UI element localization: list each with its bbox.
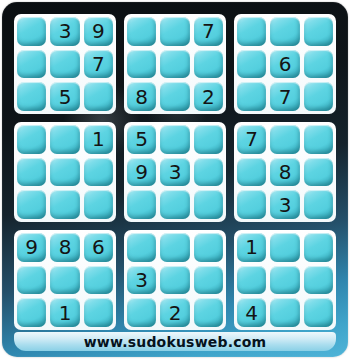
box-4: 1	[14, 122, 116, 222]
cell-r1c9[interactable]	[304, 17, 333, 46]
cell-r7c7: 1	[237, 233, 266, 262]
cell-r1c2: 3	[50, 17, 79, 46]
cell-r4c5[interactable]	[160, 125, 189, 154]
cell-r3c6: 2	[194, 82, 223, 111]
cell-r7c9[interactable]	[304, 233, 333, 262]
cell-r7c1: 9	[17, 233, 46, 262]
box-9: 14	[234, 230, 336, 330]
cell-r6c3[interactable]	[84, 190, 113, 219]
cell-r5c8: 8	[270, 158, 299, 187]
cell-r3c8: 7	[270, 82, 299, 111]
cell-r4c3: 1	[84, 125, 113, 154]
sudoku-board: 397578267159378398613214	[14, 14, 336, 330]
cell-r9c8[interactable]	[270, 298, 299, 327]
cell-r1c8[interactable]	[270, 17, 299, 46]
box-3: 67	[234, 14, 336, 114]
cell-r8c5[interactable]	[160, 266, 189, 295]
cell-r8c4: 3	[127, 266, 156, 295]
cell-r1c5[interactable]	[160, 17, 189, 46]
cell-r4c8[interactable]	[270, 125, 299, 154]
cell-r2c4[interactable]	[127, 50, 156, 79]
box-1: 3975	[14, 14, 116, 114]
cell-r9c6[interactable]	[194, 298, 223, 327]
cell-r5c2[interactable]	[50, 158, 79, 187]
cell-r6c1[interactable]	[17, 190, 46, 219]
cell-r7c8[interactable]	[270, 233, 299, 262]
cell-r3c7[interactable]	[237, 82, 266, 111]
cell-r2c7[interactable]	[237, 50, 266, 79]
cell-r4c6[interactable]	[194, 125, 223, 154]
cell-r8c8[interactable]	[270, 266, 299, 295]
cell-r2c5[interactable]	[160, 50, 189, 79]
cell-r1c6: 7	[194, 17, 223, 46]
cell-r1c1[interactable]	[17, 17, 46, 46]
cell-r6c4[interactable]	[127, 190, 156, 219]
cell-r5c1[interactable]	[17, 158, 46, 187]
cell-r9c7: 4	[237, 298, 266, 327]
box-6: 783	[234, 122, 336, 222]
box-2: 782	[124, 14, 226, 114]
cell-r7c5[interactable]	[160, 233, 189, 262]
cell-r5c6[interactable]	[194, 158, 223, 187]
cell-r2c1[interactable]	[17, 50, 46, 79]
board-inner: 397578267159378398613214 www.sudokusweb.…	[2, 2, 348, 357]
cell-r4c7: 7	[237, 125, 266, 154]
cell-r1c7[interactable]	[237, 17, 266, 46]
cell-r8c7[interactable]	[237, 266, 266, 295]
box-5: 593	[124, 122, 226, 222]
cell-r5c9[interactable]	[304, 158, 333, 187]
cell-r8c9[interactable]	[304, 266, 333, 295]
cell-r7c4[interactable]	[127, 233, 156, 262]
footer-strip: www.sudokusweb.com	[14, 332, 336, 351]
cell-r6c6[interactable]	[194, 190, 223, 219]
cell-r4c1[interactable]	[17, 125, 46, 154]
cell-r6c7[interactable]	[237, 190, 266, 219]
cell-r4c2[interactable]	[50, 125, 79, 154]
cell-r7c3: 6	[84, 233, 113, 262]
cell-r9c4[interactable]	[127, 298, 156, 327]
cell-r5c5: 3	[160, 158, 189, 187]
cell-r3c5[interactable]	[160, 82, 189, 111]
cell-r6c9[interactable]	[304, 190, 333, 219]
cell-r5c3[interactable]	[84, 158, 113, 187]
cell-r3c1[interactable]	[17, 82, 46, 111]
cell-r2c6[interactable]	[194, 50, 223, 79]
cell-r8c1[interactable]	[17, 266, 46, 295]
cell-r7c6[interactable]	[194, 233, 223, 262]
cell-r2c9[interactable]	[304, 50, 333, 79]
cell-r9c3[interactable]	[84, 298, 113, 327]
cell-r3c4: 8	[127, 82, 156, 111]
cell-r9c2: 1	[50, 298, 79, 327]
site-url[interactable]: www.sudokusweb.com	[84, 334, 267, 350]
cell-r5c4: 9	[127, 158, 156, 187]
cell-r8c3[interactable]	[84, 266, 113, 295]
cell-r3c3[interactable]	[84, 82, 113, 111]
sudoku-page: 397578267159378398613214 www.sudokusweb.…	[0, 0, 350, 360]
cell-r7c2: 8	[50, 233, 79, 262]
cell-r9c5: 2	[160, 298, 189, 327]
cell-r4c4: 5	[127, 125, 156, 154]
cell-r2c8: 6	[270, 50, 299, 79]
cell-r8c6[interactable]	[194, 266, 223, 295]
cell-r3c9[interactable]	[304, 82, 333, 111]
cell-r2c3: 7	[84, 50, 113, 79]
cell-r6c5[interactable]	[160, 190, 189, 219]
box-8: 32	[124, 230, 226, 330]
cell-r6c2[interactable]	[50, 190, 79, 219]
cell-r6c8: 3	[270, 190, 299, 219]
cell-r8c2[interactable]	[50, 266, 79, 295]
cell-r9c1[interactable]	[17, 298, 46, 327]
box-7: 9861	[14, 230, 116, 330]
cell-r5c7[interactable]	[237, 158, 266, 187]
cell-r2c2[interactable]	[50, 50, 79, 79]
cell-r3c2: 5	[50, 82, 79, 111]
cell-r1c4[interactable]	[127, 17, 156, 46]
cell-r9c9[interactable]	[304, 298, 333, 327]
cell-r4c9[interactable]	[304, 125, 333, 154]
cell-r1c3: 9	[84, 17, 113, 46]
